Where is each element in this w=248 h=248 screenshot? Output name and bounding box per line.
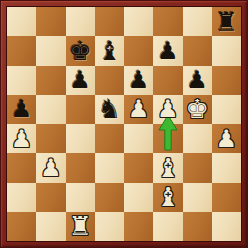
square-g4[interactable] <box>183 124 212 153</box>
square-h4[interactable]: ♟ <box>212 124 241 153</box>
square-e3[interactable] <box>124 153 153 182</box>
white-rook[interactable]: ♜ <box>68 213 91 239</box>
square-c7[interactable]: ♚ <box>66 36 95 65</box>
square-g1[interactable] <box>183 212 212 241</box>
square-g7[interactable] <box>183 36 212 65</box>
square-f6[interactable] <box>153 66 182 95</box>
square-b2[interactable] <box>36 183 65 212</box>
white-king[interactable]: ♚ <box>185 96 208 122</box>
square-e7[interactable] <box>124 36 153 65</box>
square-f4[interactable] <box>153 124 182 153</box>
square-e8[interactable] <box>124 7 153 36</box>
square-c1[interactable]: ♜ <box>66 212 95 241</box>
white-pawn[interactable]: ♟ <box>128 97 150 121</box>
black-knight[interactable]: ♞ <box>98 96 121 122</box>
black-king[interactable]: ♚ <box>68 38 91 64</box>
square-a5[interactable]: ♟ <box>7 95 36 124</box>
square-b4[interactable] <box>36 124 65 153</box>
square-d7[interactable]: ♝ <box>95 36 124 65</box>
square-h2[interactable] <box>212 183 241 212</box>
square-d8[interactable] <box>95 7 124 36</box>
square-a3[interactable] <box>7 153 36 182</box>
square-g3[interactable] <box>183 153 212 182</box>
black-pawn[interactable]: ♟ <box>128 68 150 92</box>
square-a6[interactable] <box>7 66 36 95</box>
square-a2[interactable] <box>7 183 36 212</box>
white-bishop[interactable]: ♝ <box>156 155 179 181</box>
square-c6[interactable]: ♟ <box>66 66 95 95</box>
black-rook[interactable]: ♜ <box>215 9 238 35</box>
square-d1[interactable] <box>95 212 124 241</box>
board-frame: ♜♚♝♟♟♟♟♟♞♟♟♚♟♟♟♝♝♜ <box>0 0 248 248</box>
black-pawn[interactable]: ♟ <box>157 39 179 63</box>
square-c2[interactable] <box>66 183 95 212</box>
square-h8[interactable]: ♜ <box>212 7 241 36</box>
square-e1[interactable] <box>124 212 153 241</box>
square-b8[interactable] <box>36 7 65 36</box>
square-g2[interactable] <box>183 183 212 212</box>
black-pawn[interactable]: ♟ <box>69 68 91 92</box>
white-pawn[interactable]: ♟ <box>216 127 238 151</box>
square-c3[interactable] <box>66 153 95 182</box>
square-g8[interactable] <box>183 7 212 36</box>
square-h3[interactable] <box>212 153 241 182</box>
black-pawn[interactable]: ♟ <box>186 68 208 92</box>
chess-board: ♜♚♝♟♟♟♟♟♞♟♟♚♟♟♟♝♝♜ <box>7 7 241 241</box>
square-d3[interactable] <box>95 153 124 182</box>
square-a7[interactable] <box>7 36 36 65</box>
white-pawn[interactable]: ♟ <box>11 127 33 151</box>
white-bishop[interactable]: ♝ <box>156 184 179 210</box>
square-f5[interactable]: ♟ <box>153 95 182 124</box>
square-b1[interactable] <box>36 212 65 241</box>
square-a1[interactable] <box>7 212 36 241</box>
square-f2[interactable]: ♝ <box>153 183 182 212</box>
square-g6[interactable]: ♟ <box>183 66 212 95</box>
square-c5[interactable] <box>66 95 95 124</box>
square-e2[interactable] <box>124 183 153 212</box>
square-h7[interactable] <box>212 36 241 65</box>
square-e5[interactable]: ♟ <box>124 95 153 124</box>
white-pawn[interactable]: ♟ <box>157 97 179 121</box>
square-b3[interactable]: ♟ <box>36 153 65 182</box>
square-f3[interactable]: ♝ <box>153 153 182 182</box>
square-d4[interactable] <box>95 124 124 153</box>
square-h5[interactable] <box>212 95 241 124</box>
square-f7[interactable]: ♟ <box>153 36 182 65</box>
white-pawn[interactable]: ♟ <box>40 156 62 180</box>
square-f8[interactable] <box>153 7 182 36</box>
square-b6[interactable] <box>36 66 65 95</box>
black-bishop[interactable]: ♝ <box>98 38 121 64</box>
square-f1[interactable] <box>153 212 182 241</box>
square-c4[interactable] <box>66 124 95 153</box>
square-d6[interactable] <box>95 66 124 95</box>
square-a4[interactable]: ♟ <box>7 124 36 153</box>
square-e6[interactable]: ♟ <box>124 66 153 95</box>
square-h1[interactable] <box>212 212 241 241</box>
square-h6[interactable] <box>212 66 241 95</box>
square-d2[interactable] <box>95 183 124 212</box>
square-a8[interactable] <box>7 7 36 36</box>
black-pawn[interactable]: ♟ <box>11 97 33 121</box>
square-c8[interactable] <box>66 7 95 36</box>
square-d5[interactable]: ♞ <box>95 95 124 124</box>
square-g5[interactable]: ♚ <box>183 95 212 124</box>
square-b7[interactable] <box>36 36 65 65</box>
square-b5[interactable] <box>36 95 65 124</box>
square-e4[interactable] <box>124 124 153 153</box>
